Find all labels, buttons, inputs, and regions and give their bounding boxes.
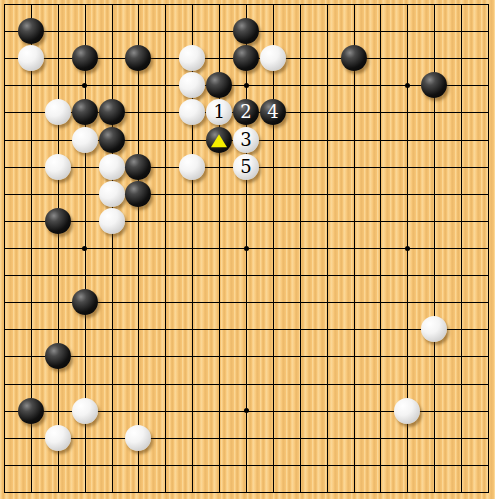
white-stone (179, 99, 205, 125)
grid-line-vertical (380, 4, 381, 493)
move-number-label: 2 (240, 103, 251, 121)
grid-line-vertical (327, 4, 328, 493)
black-stone-move-4: 4 (260, 99, 286, 125)
black-stone (72, 289, 98, 315)
white-stone (421, 316, 447, 342)
black-stone (99, 127, 125, 153)
white-stone (99, 181, 125, 207)
black-stone (341, 45, 367, 71)
black-stone (206, 72, 232, 98)
black-stone-triangle-marked (206, 127, 232, 153)
black-stone (125, 181, 151, 207)
go-app-window: 12435 (0, 0, 495, 499)
white-stone-move-5: 5 (233, 154, 259, 180)
move-number-label: 1 (213, 103, 224, 121)
white-stone (72, 127, 98, 153)
move-number-label: 5 (240, 158, 251, 176)
star-point (244, 246, 249, 251)
white-stone-move-1: 1 (206, 99, 232, 125)
white-stone (179, 72, 205, 98)
triangle-marker-icon (211, 134, 227, 147)
black-stone (125, 154, 151, 180)
grid-line-vertical (354, 4, 355, 493)
black-stone (125, 45, 151, 71)
white-stone (260, 45, 286, 71)
black-stone (72, 45, 98, 71)
black-stone (45, 343, 71, 369)
white-stone (99, 208, 125, 234)
black-stone (421, 72, 447, 98)
white-stone (45, 425, 71, 451)
black-stone (99, 99, 125, 125)
grid-line-horizontal (4, 329, 489, 330)
white-stone (18, 45, 44, 71)
star-point (244, 408, 249, 413)
black-stone (233, 45, 259, 71)
star-point (405, 83, 410, 88)
black-stone (233, 18, 259, 44)
white-stone (45, 154, 71, 180)
black-stone (18, 18, 44, 44)
grid-line-horizontal (4, 438, 489, 439)
go-board[interactable]: 12435 (0, 0, 495, 499)
white-stone (99, 154, 125, 180)
black-stone-move-2: 2 (233, 99, 259, 125)
white-stone (45, 99, 71, 125)
grid-line-horizontal (4, 356, 489, 357)
grid-line-horizontal (4, 465, 489, 466)
grid-line-vertical (461, 4, 462, 493)
grid-line-vertical (488, 4, 489, 493)
grid-line-vertical (273, 4, 274, 493)
white-stone (179, 45, 205, 71)
move-number-label: 4 (267, 103, 278, 121)
white-stone (125, 425, 151, 451)
grid-line-horizontal (4, 492, 489, 493)
move-number-label: 3 (240, 131, 251, 149)
grid-line-horizontal (4, 275, 489, 276)
black-stone (72, 99, 98, 125)
black-stone (18, 398, 44, 424)
grid-line-horizontal (4, 384, 489, 385)
star-point (244, 83, 249, 88)
star-point (82, 83, 87, 88)
black-stone (45, 208, 71, 234)
grid-line-vertical (300, 4, 301, 493)
white-stone (72, 398, 98, 424)
white-stone (179, 154, 205, 180)
star-point (82, 246, 87, 251)
star-point (405, 246, 410, 251)
white-stone (394, 398, 420, 424)
white-stone-move-3: 3 (233, 127, 259, 153)
